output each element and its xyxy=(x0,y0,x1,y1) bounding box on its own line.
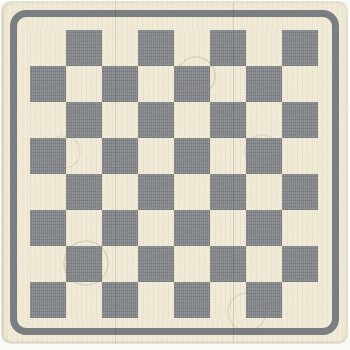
square-a4[interactable] xyxy=(30,174,66,210)
square-f1[interactable] xyxy=(210,282,246,318)
square-h3[interactable] xyxy=(282,210,318,246)
square-b1[interactable] xyxy=(66,282,102,318)
square-d1[interactable] xyxy=(138,282,174,318)
game-board xyxy=(2,2,347,343)
square-h5[interactable] xyxy=(282,138,318,174)
square-b6[interactable] xyxy=(66,102,102,138)
square-c5[interactable] xyxy=(102,138,138,174)
square-h8[interactable] xyxy=(282,30,318,66)
square-d2[interactable] xyxy=(138,246,174,282)
square-c8[interactable] xyxy=(102,30,138,66)
square-h1[interactable] xyxy=(282,282,318,318)
square-e4[interactable] xyxy=(174,174,210,210)
square-b2[interactable] xyxy=(66,246,102,282)
square-f4[interactable] xyxy=(210,174,246,210)
square-b8[interactable] xyxy=(66,30,102,66)
square-g2[interactable] xyxy=(246,246,282,282)
square-b5[interactable] xyxy=(66,138,102,174)
square-a8[interactable] xyxy=(30,30,66,66)
square-b4[interactable] xyxy=(66,174,102,210)
square-e5[interactable] xyxy=(174,138,210,174)
square-e2[interactable] xyxy=(174,246,210,282)
square-g4[interactable] xyxy=(246,174,282,210)
square-c6[interactable] xyxy=(102,102,138,138)
square-a5[interactable] xyxy=(30,138,66,174)
square-e3[interactable] xyxy=(174,210,210,246)
square-a2[interactable] xyxy=(30,246,66,282)
square-f5[interactable] xyxy=(210,138,246,174)
square-g3[interactable] xyxy=(246,210,282,246)
square-d6[interactable] xyxy=(138,102,174,138)
square-a3[interactable] xyxy=(30,210,66,246)
square-g7[interactable] xyxy=(246,66,282,102)
square-g6[interactable] xyxy=(246,102,282,138)
square-h6[interactable] xyxy=(282,102,318,138)
square-e1[interactable] xyxy=(174,282,210,318)
square-d8[interactable] xyxy=(138,30,174,66)
square-d7[interactable] xyxy=(138,66,174,102)
square-a6[interactable] xyxy=(30,102,66,138)
square-h2[interactable] xyxy=(282,246,318,282)
square-e7[interactable] xyxy=(174,66,210,102)
square-h7[interactable] xyxy=(282,66,318,102)
checkerboard-grid xyxy=(30,30,318,318)
square-g1[interactable] xyxy=(246,282,282,318)
square-c1[interactable] xyxy=(102,282,138,318)
square-h4[interactable] xyxy=(282,174,318,210)
square-f2[interactable] xyxy=(210,246,246,282)
square-f3[interactable] xyxy=(210,210,246,246)
square-e6[interactable] xyxy=(174,102,210,138)
square-b3[interactable] xyxy=(66,210,102,246)
square-d5[interactable] xyxy=(138,138,174,174)
square-g8[interactable] xyxy=(246,30,282,66)
square-g5[interactable] xyxy=(246,138,282,174)
square-d4[interactable] xyxy=(138,174,174,210)
square-c4[interactable] xyxy=(102,174,138,210)
square-b7[interactable] xyxy=(66,66,102,102)
square-e8[interactable] xyxy=(174,30,210,66)
board-photo xyxy=(0,0,350,350)
square-d3[interactable] xyxy=(138,210,174,246)
square-c7[interactable] xyxy=(102,66,138,102)
square-f7[interactable] xyxy=(210,66,246,102)
square-f6[interactable] xyxy=(210,102,246,138)
square-c3[interactable] xyxy=(102,210,138,246)
square-a7[interactable] xyxy=(30,66,66,102)
square-f8[interactable] xyxy=(210,30,246,66)
square-a1[interactable] xyxy=(30,282,66,318)
square-c2[interactable] xyxy=(102,246,138,282)
